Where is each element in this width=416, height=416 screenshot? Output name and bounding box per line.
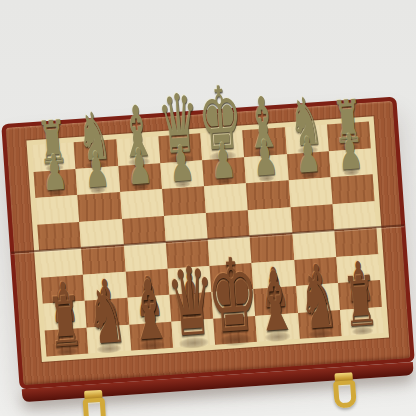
piece-white-rook-a1[interactable]: ♜ [46, 287, 85, 358]
piece-white-bishop-f1[interactable]: ♝ [252, 260, 299, 344]
piece-black-pawn-e7[interactable]: ♟ [209, 136, 237, 187]
piece-black-pawn-d7[interactable]: ♟ [167, 139, 195, 190]
piece-white-knight-g1[interactable]: ♞ [296, 261, 340, 341]
piece-black-pawn-g7[interactable]: ♟ [294, 130, 322, 181]
piece-white-knight-b1[interactable]: ♞ [85, 276, 129, 356]
pieces-layer: ♜♞♝♛♚♝♞♜♟♟♟♟♟♟♟♟♟♟♟♟♟♟♟♟♜♞♝♛♚♝♞♜ [32, 121, 384, 356]
piece-black-pawn-a7[interactable]: ♟ [41, 148, 69, 199]
piece-black-pawn-c7[interactable]: ♟ [125, 142, 153, 193]
piece-black-pawn-h7[interactable]: ♟ [336, 127, 364, 178]
latch-icon-right [331, 372, 357, 409]
piece-black-pawn-f7[interactable]: ♟ [252, 133, 280, 184]
latch-icon-left [81, 390, 107, 416]
piece-white-rook-h1[interactable]: ♜ [341, 266, 380, 337]
photo-background: ♜♞♝♛♚♝♞♜♟♟♟♟♟♟♟♟♟♟♟♟♟♟♟♟♜♞♝♛♚♝♞♜ [0, 0, 416, 416]
latch-loop [333, 380, 357, 408]
piece-black-pawn-b7[interactable]: ♟ [83, 145, 111, 196]
latch-loop [82, 398, 106, 416]
chess-board: ♜♞♝♛♚♝♞♜♟♟♟♟♟♟♟♟♟♟♟♟♟♟♟♟♜♞♝♛♚♝♞♜ [1, 97, 415, 390]
